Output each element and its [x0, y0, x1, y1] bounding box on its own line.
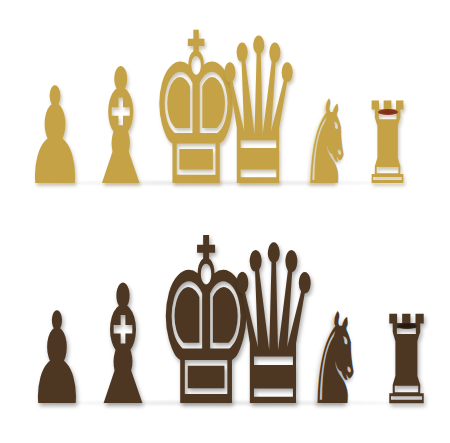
- black-pieces-row: ♟ ♝ ♚ ♛ ♞ ♜: [0, 0, 450, 443]
- black-rook-hollow-top: [397, 323, 417, 329]
- black-rook-glyph: ♜: [380, 300, 435, 422]
- chess-set-photo: ♟ ♝ ♚ ♛ ♞ ♜ ♟ ♝ ♚ ♛ ♞: [0, 0, 450, 443]
- black-rook: ♜: [317, 300, 450, 422]
